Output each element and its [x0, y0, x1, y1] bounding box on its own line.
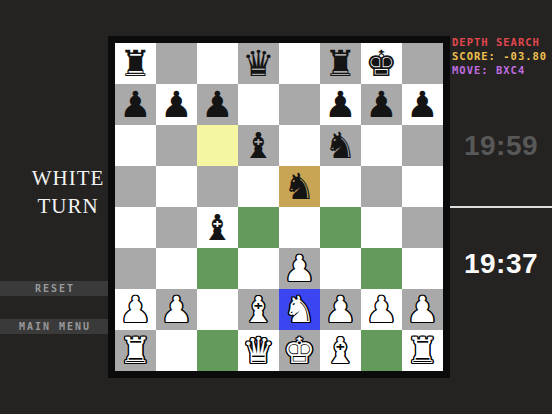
square-c1[interactable] [197, 330, 238, 371]
piece-black-queen[interactable]: ♛ [242, 43, 274, 84]
square-d1[interactable]: ♛ [238, 330, 279, 371]
square-a6[interactable] [115, 125, 156, 166]
square-b2[interactable]: ♟ [156, 289, 197, 330]
square-f1[interactable]: ♝ [320, 330, 361, 371]
piece-black-knight[interactable]: ♞ [324, 125, 356, 166]
square-h7[interactable]: ♟ [402, 84, 443, 125]
square-g2[interactable]: ♟ [361, 289, 402, 330]
piece-black-pawn[interactable]: ♟ [365, 84, 397, 125]
square-f4[interactable] [320, 207, 361, 248]
square-b8[interactable] [156, 43, 197, 84]
square-a5[interactable] [115, 166, 156, 207]
reset-button[interactable]: RESET [0, 281, 110, 296]
square-h2[interactable]: ♟ [402, 289, 443, 330]
square-h3[interactable] [402, 248, 443, 289]
right-panel: DEPTH SEARCH SCORE: -03.80 MOVE: BXC4 19… [450, 0, 552, 414]
square-g3[interactable] [361, 248, 402, 289]
square-b6[interactable] [156, 125, 197, 166]
square-g7[interactable]: ♟ [361, 84, 402, 125]
square-a8[interactable]: ♜ [115, 43, 156, 84]
engine-info: DEPTH SEARCH SCORE: -03.80 MOVE: BXC4 [452, 35, 552, 77]
square-d5[interactable] [238, 166, 279, 207]
square-a2[interactable]: ♟ [115, 289, 156, 330]
clock-divider [450, 206, 552, 208]
piece-black-pawn[interactable]: ♟ [160, 84, 192, 125]
square-f7[interactable]: ♟ [320, 84, 361, 125]
square-c4[interactable]: ♝ [197, 207, 238, 248]
square-f6[interactable]: ♞ [320, 125, 361, 166]
piece-black-knight[interactable]: ♞ [283, 166, 315, 207]
piece-black-bishop[interactable]: ♝ [201, 207, 233, 248]
square-e7[interactable] [279, 84, 320, 125]
reset-button-label: RESET [35, 283, 75, 294]
square-d2[interactable]: ♝ [238, 289, 279, 330]
square-g5[interactable] [361, 166, 402, 207]
piece-white-pawn[interactable]: ♟ [119, 289, 151, 330]
square-e8[interactable] [279, 43, 320, 84]
square-h1[interactable]: ♜ [402, 330, 443, 371]
chess-board: ♜♛♜♚♟♟♟♟♟♟♝♞♞♝♟♟♟♝♞♟♟♟♜♛♚♝♜ [108, 36, 450, 378]
square-h6[interactable] [402, 125, 443, 166]
piece-black-king[interactable]: ♚ [365, 43, 397, 84]
engine-depth-label: DEPTH SEARCH [452, 35, 552, 49]
square-f8[interactable]: ♜ [320, 43, 361, 84]
square-h5[interactable] [402, 166, 443, 207]
square-d4[interactable] [238, 207, 279, 248]
game-screen: WHITE TURN RESET MAIN MENU ♜♛♜♚♟♟♟♟♟♟♝♞♞… [0, 0, 552, 414]
square-a7[interactable]: ♟ [115, 84, 156, 125]
square-c7[interactable]: ♟ [197, 84, 238, 125]
piece-white-rook[interactable]: ♜ [119, 330, 151, 371]
piece-white-queen[interactable]: ♛ [242, 330, 274, 371]
square-c5[interactable] [197, 166, 238, 207]
square-f3[interactable] [320, 248, 361, 289]
engine-score-value: SCORE: -03.80 [452, 49, 552, 63]
square-e2[interactable]: ♞ [279, 289, 320, 330]
main-menu-button-label: MAIN MENU [19, 321, 91, 332]
square-e3[interactable]: ♟ [279, 248, 320, 289]
piece-white-pawn[interactable]: ♟ [365, 289, 397, 330]
square-a4[interactable] [115, 207, 156, 248]
piece-black-pawn[interactable]: ♟ [406, 84, 438, 125]
square-c3[interactable] [197, 248, 238, 289]
square-e5[interactable]: ♞ [279, 166, 320, 207]
engine-move-value: MOVE: BXC4 [452, 63, 552, 77]
piece-black-pawn[interactable]: ♟ [201, 84, 233, 125]
square-f5[interactable] [320, 166, 361, 207]
square-e4[interactable] [279, 207, 320, 248]
square-f2[interactable]: ♟ [320, 289, 361, 330]
piece-white-pawn[interactable]: ♟ [324, 289, 356, 330]
main-menu-button[interactable]: MAIN MENU [0, 319, 110, 334]
square-h8[interactable] [402, 43, 443, 84]
square-c2[interactable] [197, 289, 238, 330]
square-b1[interactable] [156, 330, 197, 371]
turn-indicator: WHITE TURN [28, 164, 108, 220]
square-c6[interactable] [197, 125, 238, 166]
square-c8[interactable] [197, 43, 238, 84]
square-a3[interactable] [115, 248, 156, 289]
square-d6[interactable]: ♝ [238, 125, 279, 166]
piece-black-pawn[interactable]: ♟ [119, 84, 151, 125]
piece-white-rook[interactable]: ♜ [406, 330, 438, 371]
square-g8[interactable]: ♚ [361, 43, 402, 84]
turn-indicator-line1: WHITE [28, 164, 108, 192]
square-e6[interactable] [279, 125, 320, 166]
black-clock: 19:59 [450, 130, 552, 162]
square-e1[interactable]: ♚ [279, 330, 320, 371]
piece-white-bishop[interactable]: ♝ [324, 330, 356, 371]
square-h4[interactable] [402, 207, 443, 248]
square-d8[interactable]: ♛ [238, 43, 279, 84]
square-b3[interactable] [156, 248, 197, 289]
piece-black-pawn[interactable]: ♟ [324, 84, 356, 125]
white-clock: 19:37 [450, 248, 552, 280]
piece-white-bishop[interactable]: ♝ [242, 289, 274, 330]
piece-black-bishop[interactable]: ♝ [242, 125, 274, 166]
piece-white-pawn[interactable]: ♟ [406, 289, 438, 330]
square-d3[interactable] [238, 248, 279, 289]
square-g1[interactable] [361, 330, 402, 371]
square-b7[interactable]: ♟ [156, 84, 197, 125]
piece-black-rook[interactable]: ♜ [119, 43, 151, 84]
square-d7[interactable] [238, 84, 279, 125]
piece-white-king[interactable]: ♚ [283, 330, 315, 371]
piece-white-knight[interactable]: ♞ [283, 289, 315, 330]
piece-white-pawn[interactable]: ♟ [160, 289, 192, 330]
turn-indicator-line2: TURN [28, 192, 108, 220]
square-g6[interactable] [361, 125, 402, 166]
square-b5[interactable] [156, 166, 197, 207]
square-a1[interactable]: ♜ [115, 330, 156, 371]
piece-black-rook[interactable]: ♜ [324, 43, 356, 84]
square-g4[interactable] [361, 207, 402, 248]
piece-white-pawn[interactable]: ♟ [283, 248, 315, 289]
square-b4[interactable] [156, 207, 197, 248]
